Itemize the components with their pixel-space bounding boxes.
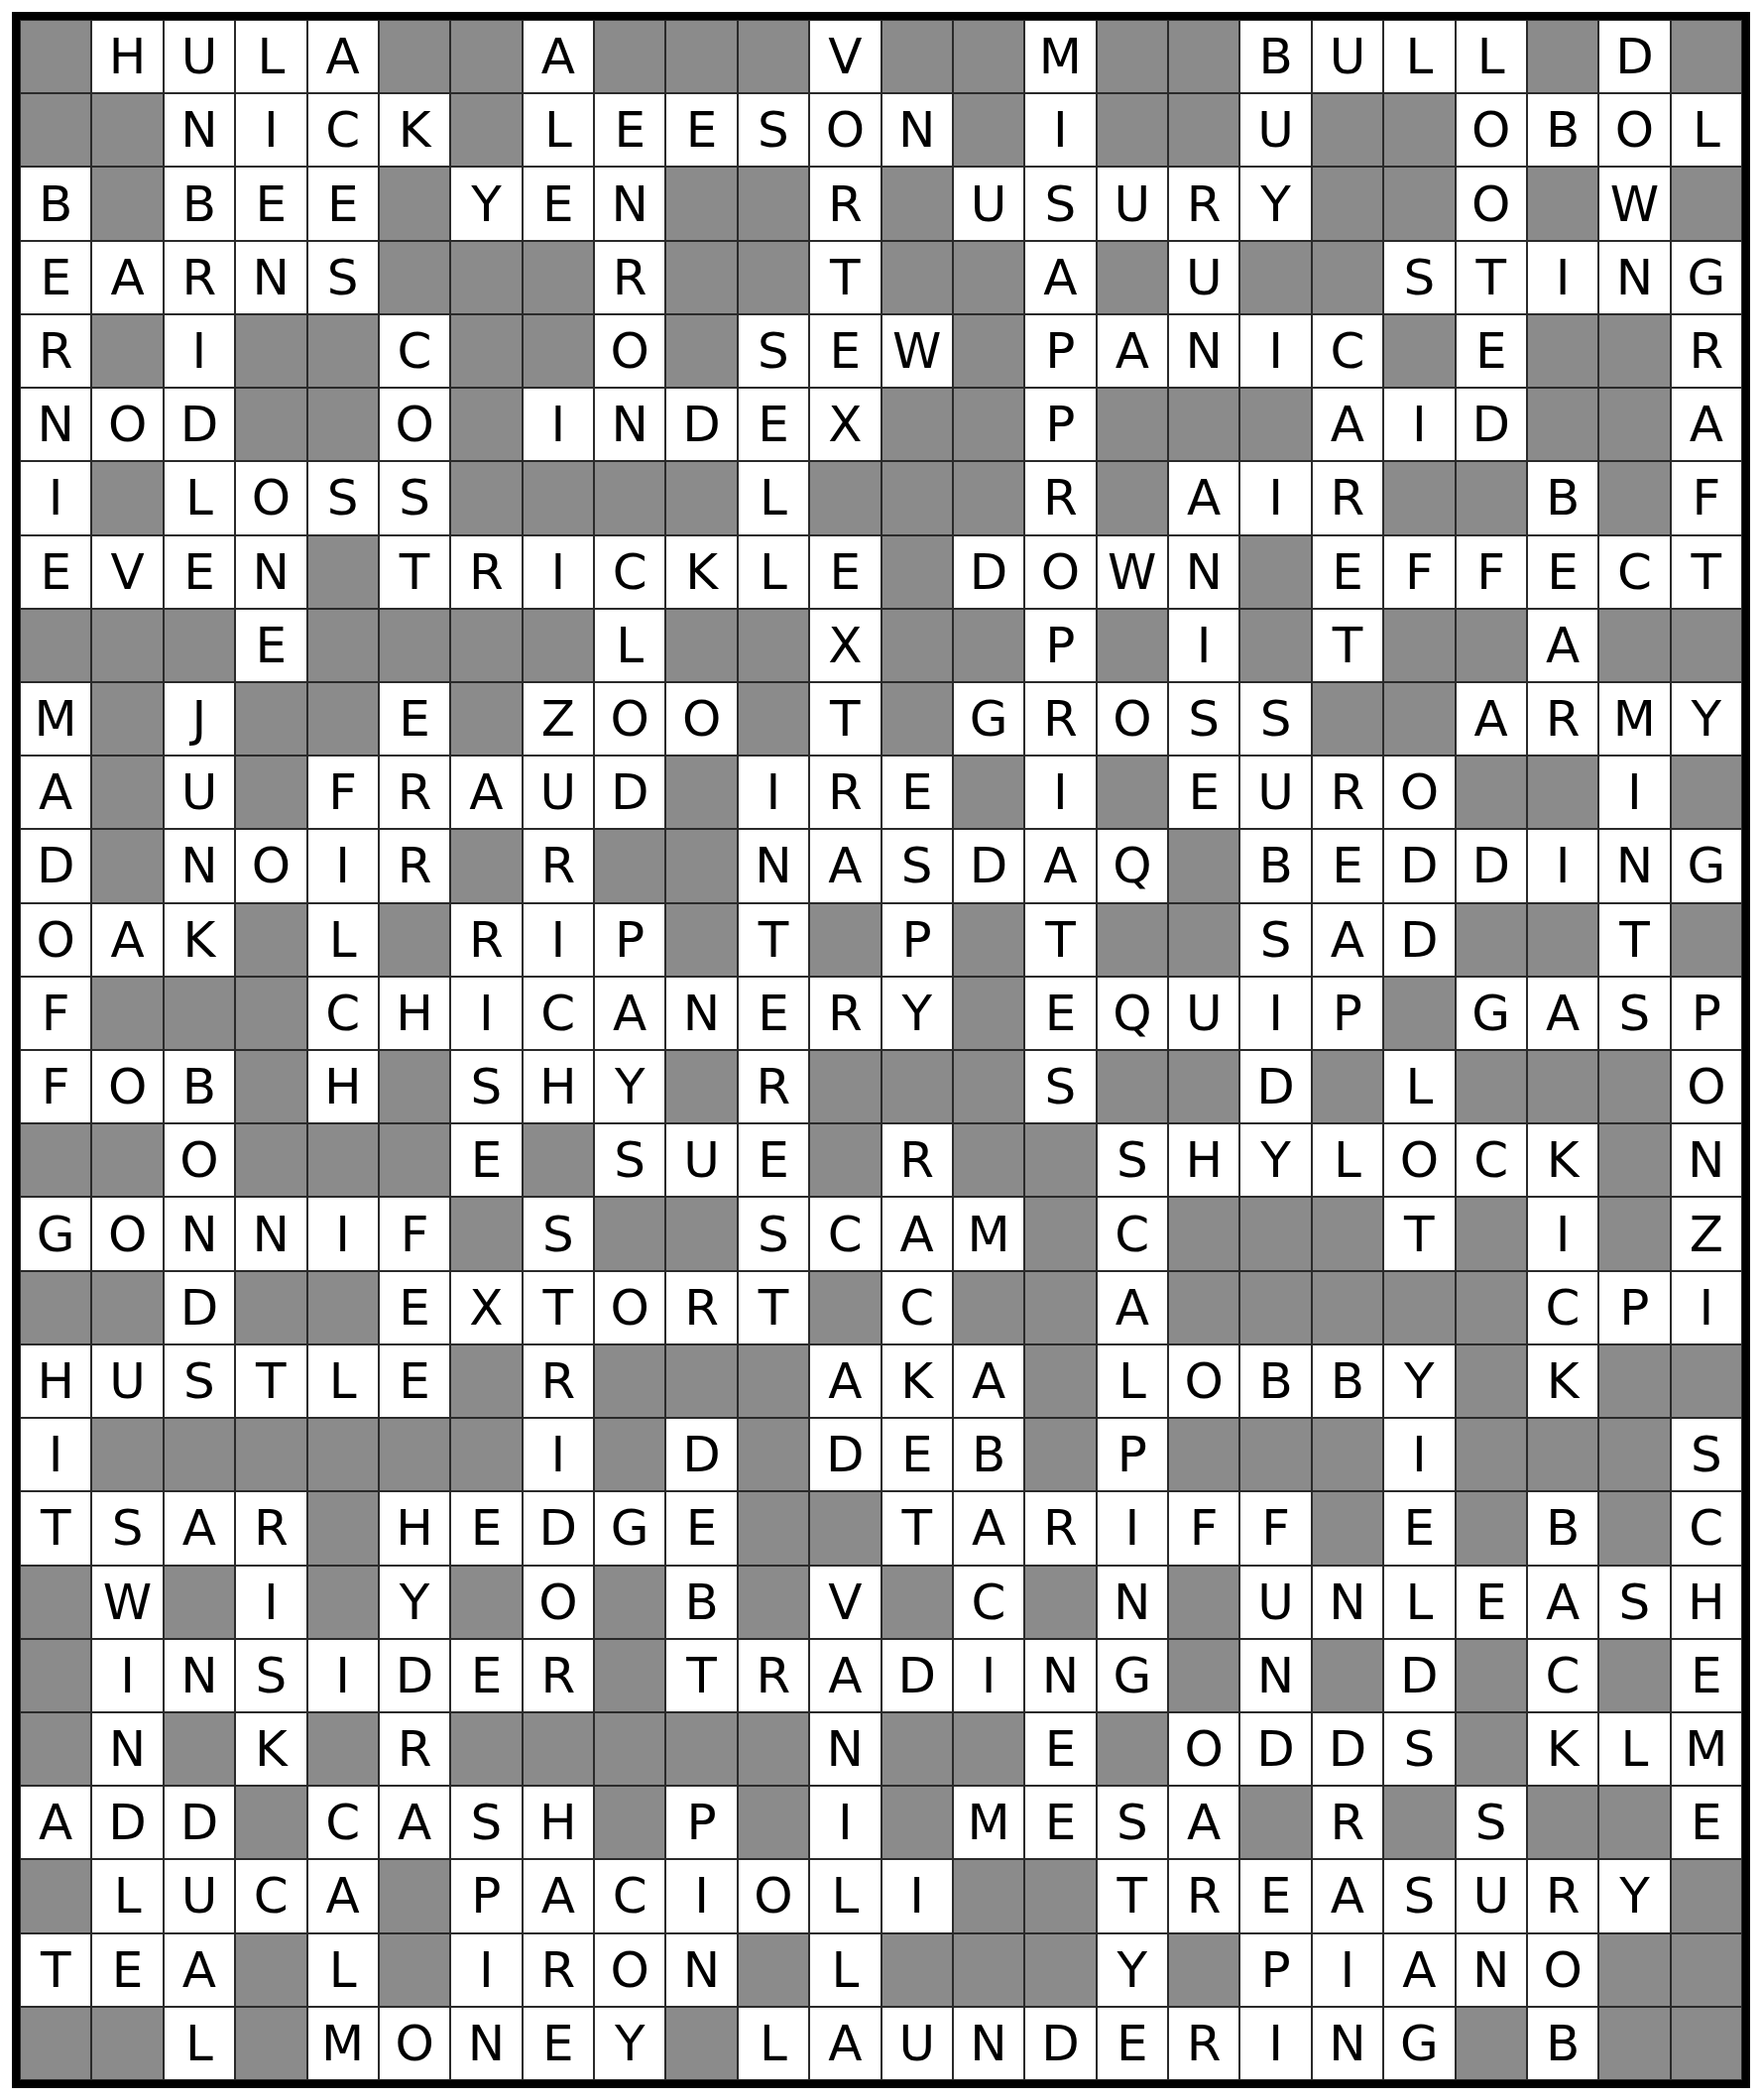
letter-cell[interactable]: P (1097, 1418, 1168, 1491)
letter-cell[interactable]: N (1312, 2007, 1383, 2080)
letter-cell[interactable]: D (1239, 1712, 1311, 1786)
letter-cell[interactable]: E (594, 93, 665, 167)
letter-cell[interactable]: U (1312, 20, 1383, 93)
letter-cell[interactable]: S (379, 461, 450, 534)
letter-cell[interactable]: R (594, 241, 665, 314)
letter-cell[interactable]: C (1312, 314, 1383, 388)
letter-cell[interactable]: C (307, 977, 379, 1050)
letter-cell[interactable]: T (809, 682, 881, 756)
letter-cell[interactable]: J (164, 682, 235, 756)
letter-cell[interactable]: E (379, 1271, 450, 1344)
letter-cell[interactable]: P (881, 903, 953, 977)
letter-cell[interactable]: U (1097, 167, 1168, 240)
letter-cell[interactable]: D (164, 388, 235, 461)
letter-cell[interactable]: B (20, 167, 91, 240)
letter-cell[interactable]: S (450, 1050, 522, 1123)
letter-cell[interactable]: A (1312, 903, 1383, 977)
letter-cell[interactable]: I (523, 1418, 594, 1491)
letter-cell[interactable]: N (235, 241, 306, 314)
letter-cell[interactable]: R (379, 756, 450, 829)
letter-cell[interactable]: F (1239, 1491, 1311, 1565)
letter-cell[interactable]: T (379, 535, 450, 609)
letter-cell[interactable]: R (523, 1933, 594, 2007)
letter-cell[interactable]: L (738, 2007, 809, 2080)
letter-cell[interactable]: O (1456, 93, 1527, 167)
letter-cell[interactable]: N (164, 1639, 235, 1712)
letter-cell[interactable]: L (307, 1344, 379, 1418)
letter-cell[interactable]: K (665, 535, 737, 609)
letter-cell[interactable]: U (1239, 93, 1311, 167)
letter-cell[interactable]: C (307, 1786, 379, 1859)
letter-cell[interactable]: I (1383, 1418, 1455, 1491)
letter-cell[interactable]: O (809, 93, 881, 167)
letter-cell[interactable]: A (809, 1344, 881, 1418)
letter-cell[interactable]: G (1671, 241, 1742, 314)
letter-cell[interactable]: R (1024, 461, 1096, 534)
letter-cell[interactable]: T (881, 1491, 953, 1565)
letter-cell[interactable]: Y (881, 977, 953, 1050)
letter-cell[interactable]: I (1239, 2007, 1311, 2080)
letter-cell[interactable]: I (307, 829, 379, 902)
letter-cell[interactable]: S (1239, 682, 1311, 756)
letter-cell[interactable]: S (235, 1639, 306, 1712)
letter-cell[interactable]: N (665, 977, 737, 1050)
letter-cell[interactable]: N (1239, 1639, 1311, 1712)
letter-cell[interactable]: O (379, 388, 450, 461)
letter-cell[interactable]: Y (1239, 167, 1311, 240)
letter-cell[interactable]: N (594, 167, 665, 240)
letter-cell[interactable]: E (1527, 535, 1598, 609)
letter-cell[interactable]: R (1312, 1786, 1383, 1859)
letter-cell[interactable]: S (1024, 167, 1096, 240)
letter-cell[interactable]: T (738, 903, 809, 977)
letter-cell[interactable]: S (164, 1344, 235, 1418)
letter-cell[interactable]: S (1671, 1418, 1742, 1491)
letter-cell[interactable]: D (1312, 1712, 1383, 1786)
letter-cell[interactable]: V (809, 1566, 881, 1639)
letter-cell[interactable]: I (20, 461, 91, 534)
letter-cell[interactable]: A (594, 977, 665, 1050)
letter-cell[interactable]: P (594, 903, 665, 977)
letter-cell[interactable]: E (1671, 1786, 1742, 1859)
letter-cell[interactable]: A (1168, 1786, 1239, 1859)
letter-cell[interactable]: I (307, 1197, 379, 1270)
letter-cell[interactable]: A (881, 1197, 953, 1270)
letter-cell[interactable]: D (1383, 1639, 1455, 1712)
letter-cell[interactable]: U (1239, 1566, 1311, 1639)
letter-cell[interactable]: Q (1097, 829, 1168, 902)
letter-cell[interactable]: E (450, 1123, 522, 1197)
letter-cell[interactable]: B (1527, 1491, 1598, 1565)
letter-cell[interactable]: O (594, 1933, 665, 2007)
letter-cell[interactable]: N (1671, 1123, 1742, 1197)
letter-cell[interactable]: R (164, 241, 235, 314)
letter-cell[interactable]: T (1024, 903, 1096, 977)
letter-cell[interactable]: C (307, 93, 379, 167)
letter-cell[interactable]: E (523, 167, 594, 240)
letter-cell[interactable]: W (881, 314, 953, 388)
letter-cell[interactable]: K (1527, 1712, 1598, 1786)
letter-cell[interactable]: R (738, 1639, 809, 1712)
letter-cell[interactable]: T (1671, 535, 1742, 609)
letter-cell[interactable]: R (1168, 167, 1239, 240)
letter-cell[interactable]: F (1168, 1491, 1239, 1565)
letter-cell[interactable]: N (953, 2007, 1024, 2080)
letter-cell[interactable]: M (1671, 1712, 1742, 1786)
letter-cell[interactable]: A (1456, 682, 1527, 756)
letter-cell[interactable]: L (738, 461, 809, 534)
letter-cell[interactable]: I (235, 93, 306, 167)
letter-cell[interactable]: F (20, 1050, 91, 1123)
letter-cell[interactable]: U (91, 1344, 163, 1418)
letter-cell[interactable]: C (1456, 1123, 1527, 1197)
letter-cell[interactable]: I (1024, 756, 1096, 829)
letter-cell[interactable]: I (235, 1566, 306, 1639)
letter-cell[interactable]: K (1527, 1123, 1598, 1197)
letter-cell[interactable]: N (1598, 241, 1670, 314)
letter-cell[interactable]: O (91, 1197, 163, 1270)
letter-cell[interactable]: C (1671, 1491, 1742, 1565)
letter-cell[interactable]: F (1671, 461, 1742, 534)
letter-cell[interactable]: R (1024, 1491, 1096, 1565)
letter-cell[interactable]: B (1527, 93, 1598, 167)
letter-cell[interactable]: S (1598, 977, 1670, 1050)
letter-cell[interactable]: P (665, 1786, 737, 1859)
letter-cell[interactable]: N (164, 1197, 235, 1270)
letter-cell[interactable]: I (1527, 241, 1598, 314)
letter-cell[interactable]: O (1383, 1123, 1455, 1197)
letter-cell[interactable]: R (1671, 314, 1742, 388)
letter-cell[interactable]: N (450, 2007, 522, 2080)
letter-cell[interactable]: A (379, 1786, 450, 1859)
letter-cell[interactable]: I (1097, 1491, 1168, 1565)
letter-cell[interactable]: P (1312, 977, 1383, 1050)
letter-cell[interactable]: R (379, 829, 450, 902)
letter-cell[interactable]: A (1527, 977, 1598, 1050)
letter-cell[interactable]: H (523, 1050, 594, 1123)
letter-cell[interactable]: D (1456, 829, 1527, 902)
letter-cell[interactable]: I (523, 388, 594, 461)
letter-cell[interactable]: E (1024, 1712, 1096, 1786)
letter-cell[interactable]: A (164, 1491, 235, 1565)
letter-cell[interactable]: O (738, 1859, 809, 1932)
letter-cell[interactable]: O (20, 903, 91, 977)
letter-cell[interactable]: P (1024, 609, 1096, 682)
letter-cell[interactable]: P (1024, 388, 1096, 461)
letter-cell[interactable]: S (1024, 1050, 1096, 1123)
letter-cell[interactable]: O (594, 682, 665, 756)
letter-cell[interactable]: M (953, 1786, 1024, 1859)
letter-cell[interactable]: N (594, 388, 665, 461)
letter-cell[interactable]: Y (1598, 1859, 1670, 1932)
letter-cell[interactable]: E (738, 388, 809, 461)
letter-cell[interactable]: A (1527, 609, 1598, 682)
letter-cell[interactable]: D (379, 1639, 450, 1712)
letter-cell[interactable]: E (738, 977, 809, 1050)
letter-cell[interactable]: I (1239, 977, 1311, 1050)
letter-cell[interactable]: C (379, 314, 450, 388)
letter-cell[interactable]: S (91, 1491, 163, 1565)
letter-cell[interactable]: R (1024, 682, 1096, 756)
letter-cell[interactable]: C (1527, 1271, 1598, 1344)
letter-cell[interactable]: D (164, 1271, 235, 1344)
letter-cell[interactable]: G (1456, 977, 1527, 1050)
letter-cell[interactable]: W (1097, 535, 1168, 609)
letter-cell[interactable]: O (1383, 756, 1455, 829)
letter-cell[interactable]: K (881, 1344, 953, 1418)
letter-cell[interactable]: S (1097, 1123, 1168, 1197)
letter-cell[interactable]: Z (523, 682, 594, 756)
letter-cell[interactable]: O (594, 314, 665, 388)
letter-cell[interactable]: A (1383, 1933, 1455, 2007)
letter-cell[interactable]: D (881, 1639, 953, 1712)
letter-cell[interactable]: B (1239, 20, 1311, 93)
letter-cell[interactable]: Y (594, 1050, 665, 1123)
letter-cell[interactable]: N (1097, 1566, 1168, 1639)
letter-cell[interactable]: E (20, 241, 91, 314)
letter-cell[interactable]: X (809, 388, 881, 461)
letter-cell[interactable]: U (523, 756, 594, 829)
letter-cell[interactable]: A (523, 20, 594, 93)
letter-cell[interactable]: E (450, 1639, 522, 1712)
letter-cell[interactable]: H (1168, 1123, 1239, 1197)
letter-cell[interactable]: O (594, 1271, 665, 1344)
letter-cell[interactable]: R (809, 756, 881, 829)
letter-cell[interactable]: T (1456, 241, 1527, 314)
letter-cell[interactable]: S (307, 461, 379, 534)
letter-cell[interactable]: R (1168, 1859, 1239, 1932)
letter-cell[interactable]: F (1383, 535, 1455, 609)
letter-cell[interactable]: E (809, 314, 881, 388)
letter-cell[interactable]: L (1671, 93, 1742, 167)
letter-cell[interactable]: I (738, 756, 809, 829)
letter-cell[interactable]: N (1456, 1933, 1527, 2007)
letter-cell[interactable]: F (379, 1197, 450, 1270)
letter-cell[interactable]: P (1671, 977, 1742, 1050)
letter-cell[interactable]: O (1671, 1050, 1742, 1123)
letter-cell[interactable]: H (20, 1344, 91, 1418)
letter-cell[interactable]: S (1239, 903, 1311, 977)
letter-cell[interactable]: A (91, 241, 163, 314)
letter-cell[interactable]: F (20, 977, 91, 1050)
letter-cell[interactable]: N (164, 829, 235, 902)
letter-cell[interactable]: M (307, 2007, 379, 2080)
letter-cell[interactable]: H (91, 20, 163, 93)
letter-cell[interactable]: N (665, 1933, 737, 2007)
letter-cell[interactable]: N (235, 535, 306, 609)
letter-cell[interactable]: H (307, 1050, 379, 1123)
letter-cell[interactable]: E (738, 1123, 809, 1197)
letter-cell[interactable]: K (379, 93, 450, 167)
letter-cell[interactable]: C (594, 535, 665, 609)
letter-cell[interactable]: I (164, 314, 235, 388)
letter-cell[interactable]: C (1598, 535, 1670, 609)
letter-cell[interactable]: R (450, 903, 522, 977)
letter-cell[interactable]: O (1024, 535, 1096, 609)
letter-cell[interactable]: N (235, 1197, 306, 1270)
letter-cell[interactable]: L (738, 535, 809, 609)
letter-cell[interactable]: E (379, 1344, 450, 1418)
letter-cell[interactable]: R (523, 829, 594, 902)
letter-cell[interactable]: T (1097, 1859, 1168, 1932)
letter-cell[interactable]: D (665, 388, 737, 461)
letter-cell[interactable]: D (1383, 903, 1455, 977)
letter-cell[interactable]: E (881, 1418, 953, 1491)
letter-cell[interactable]: Y (1383, 1344, 1455, 1418)
letter-cell[interactable]: S (1383, 241, 1455, 314)
letter-cell[interactable]: V (91, 535, 163, 609)
letter-cell[interactable]: R (1312, 756, 1383, 829)
letter-cell[interactable]: T (665, 1639, 737, 1712)
letter-cell[interactable]: W (91, 1566, 163, 1639)
letter-cell[interactable]: A (1312, 1859, 1383, 1932)
letter-cell[interactable]: I (1239, 461, 1311, 534)
letter-cell[interactable]: U (164, 20, 235, 93)
letter-cell[interactable]: E (1312, 535, 1383, 609)
letter-cell[interactable]: C (594, 1859, 665, 1932)
letter-cell[interactable]: Y (379, 1566, 450, 1639)
letter-cell[interactable]: E (307, 167, 379, 240)
letter-cell[interactable]: E (1024, 977, 1096, 1050)
letter-cell[interactable]: H (379, 1491, 450, 1565)
letter-cell[interactable]: A (1024, 241, 1096, 314)
letter-cell[interactable]: D (1024, 2007, 1096, 2080)
letter-cell[interactable]: G (1671, 829, 1742, 902)
letter-cell[interactable]: A (1527, 1566, 1598, 1639)
letter-cell[interactable]: U (881, 2007, 953, 2080)
letter-cell[interactable]: A (307, 20, 379, 93)
letter-cell[interactable]: R (738, 1050, 809, 1123)
letter-cell[interactable]: L (1383, 1050, 1455, 1123)
letter-cell[interactable]: M (1024, 20, 1096, 93)
letter-cell[interactable]: A (307, 1859, 379, 1932)
letter-cell[interactable]: G (953, 682, 1024, 756)
letter-cell[interactable]: R (450, 535, 522, 609)
letter-cell[interactable]: C (235, 1859, 306, 1932)
letter-cell[interactable]: L (307, 903, 379, 977)
letter-cell[interactable]: S (738, 93, 809, 167)
letter-cell[interactable]: E (164, 535, 235, 609)
letter-cell[interactable]: E (809, 535, 881, 609)
letter-cell[interactable]: B (1312, 1344, 1383, 1418)
letter-cell[interactable]: E (1312, 829, 1383, 902)
letter-cell[interactable]: N (1024, 1639, 1096, 1712)
letter-cell[interactable]: I (523, 535, 594, 609)
letter-cell[interactable]: A (1168, 461, 1239, 534)
letter-cell[interactable]: I (1671, 1271, 1742, 1344)
letter-cell[interactable]: X (809, 609, 881, 682)
letter-cell[interactable]: A (1312, 388, 1383, 461)
letter-cell[interactable]: E (379, 682, 450, 756)
letter-cell[interactable]: H (379, 977, 450, 1050)
letter-cell[interactable]: D (953, 535, 1024, 609)
letter-cell[interactable]: E (20, 535, 91, 609)
letter-cell[interactable]: I (1239, 314, 1311, 388)
letter-cell[interactable]: G (20, 1197, 91, 1270)
letter-cell[interactable]: R (1312, 461, 1383, 534)
letter-cell[interactable]: R (1527, 1859, 1598, 1932)
letter-cell[interactable]: E (523, 2007, 594, 2080)
letter-cell[interactable]: I (20, 1418, 91, 1491)
letter-cell[interactable]: W (1598, 167, 1670, 240)
letter-cell[interactable]: S (594, 1123, 665, 1197)
letter-cell[interactable]: I (881, 1859, 953, 1932)
letter-cell[interactable]: E (235, 167, 306, 240)
letter-cell[interactable]: E (1456, 1566, 1527, 1639)
letter-cell[interactable]: R (523, 1639, 594, 1712)
letter-cell[interactable]: U (1239, 756, 1311, 829)
letter-cell[interactable]: R (809, 167, 881, 240)
letter-cell[interactable]: O (1598, 93, 1670, 167)
letter-cell[interactable]: R (881, 1123, 953, 1197)
letter-cell[interactable]: L (164, 461, 235, 534)
letter-cell[interactable]: U (164, 756, 235, 829)
letter-cell[interactable]: N (1168, 314, 1239, 388)
letter-cell[interactable]: D (1383, 829, 1455, 902)
letter-cell[interactable]: L (235, 20, 306, 93)
letter-cell[interactable]: S (1383, 1859, 1455, 1932)
letter-cell[interactable]: L (809, 1933, 881, 2007)
letter-cell[interactable]: O (1527, 1933, 1598, 2007)
letter-cell[interactable]: I (1598, 756, 1670, 829)
letter-cell[interactable]: S (1383, 1712, 1455, 1786)
letter-cell[interactable]: I (450, 1933, 522, 2007)
letter-cell[interactable]: N (809, 1712, 881, 1786)
letter-cell[interactable]: L (1383, 20, 1455, 93)
letter-cell[interactable]: E (1671, 1639, 1742, 1712)
letter-cell[interactable]: B (665, 1566, 737, 1639)
letter-cell[interactable]: T (20, 1491, 91, 1565)
letter-cell[interactable]: A (450, 756, 522, 829)
letter-cell[interactable]: E (1383, 1491, 1455, 1565)
letter-cell[interactable]: S (1097, 1786, 1168, 1859)
letter-cell[interactable]: L (523, 93, 594, 167)
letter-cell[interactable]: O (523, 1566, 594, 1639)
letter-cell[interactable]: T (235, 1344, 306, 1418)
letter-cell[interactable]: Y (1239, 1123, 1311, 1197)
letter-cell[interactable]: D (1239, 1050, 1311, 1123)
letter-cell[interactable]: M (1598, 682, 1670, 756)
letter-cell[interactable]: T (809, 241, 881, 314)
letter-cell[interactable]: N (20, 388, 91, 461)
letter-cell[interactable]: Y (450, 167, 522, 240)
letter-cell[interactable]: G (1097, 1639, 1168, 1712)
letter-cell[interactable]: F (1456, 535, 1527, 609)
letter-cell[interactable]: L (594, 609, 665, 682)
letter-cell[interactable]: T (523, 1271, 594, 1344)
letter-cell[interactable]: A (1671, 388, 1742, 461)
letter-cell[interactable]: B (1239, 829, 1311, 902)
letter-cell[interactable]: S (738, 1197, 809, 1270)
letter-cell[interactable]: N (1312, 1566, 1383, 1639)
letter-cell[interactable]: C (523, 977, 594, 1050)
letter-cell[interactable]: L (1097, 1344, 1168, 1418)
letter-cell[interactable]: O (91, 1050, 163, 1123)
letter-cell[interactable]: A (809, 1639, 881, 1712)
letter-cell[interactable]: A (809, 2007, 881, 2080)
letter-cell[interactable]: O (1168, 1712, 1239, 1786)
letter-cell[interactable]: G (1383, 2007, 1455, 2080)
letter-cell[interactable]: T (1383, 1197, 1455, 1270)
letter-cell[interactable]: K (235, 1712, 306, 1786)
letter-cell[interactable]: U (665, 1123, 737, 1197)
letter-cell[interactable]: D (1456, 388, 1527, 461)
letter-cell[interactable]: T (20, 1933, 91, 2007)
letter-cell[interactable]: E (450, 1491, 522, 1565)
letter-cell[interactable]: I (307, 1639, 379, 1712)
letter-cell[interactable]: L (1598, 1712, 1670, 1786)
letter-cell[interactable]: N (1168, 535, 1239, 609)
